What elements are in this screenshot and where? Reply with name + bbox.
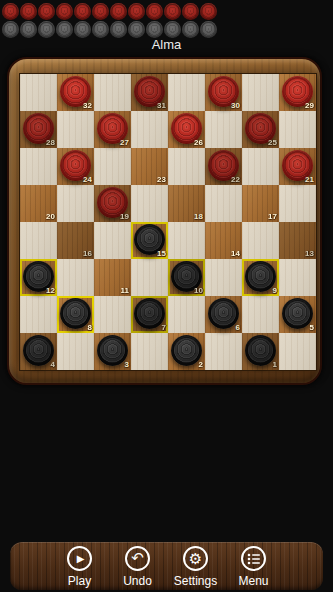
light-square [242, 148, 279, 185]
square-number: 4 [51, 360, 55, 369]
square-1[interactable]: 1 [242, 333, 279, 370]
light-square [205, 259, 242, 296]
light-square [20, 148, 57, 185]
square-30[interactable]: 30 [205, 74, 242, 111]
tray-red-disc [74, 3, 91, 20]
checkers-board: 3231302928272625242322212019181716151413… [7, 57, 322, 385]
square-number: 27 [120, 138, 129, 147]
square-number: 11 [121, 286, 129, 295]
light-square [20, 296, 57, 333]
square-14[interactable]: 14 [205, 222, 242, 259]
tray-red-disc [110, 3, 127, 20]
tray-red-disc [200, 3, 217, 20]
square-27[interactable]: 27 [94, 111, 131, 148]
square-17[interactable]: 17 [242, 185, 279, 222]
light-square [94, 296, 131, 333]
black-piece[interactable] [282, 298, 313, 329]
square-number: 1 [273, 360, 277, 369]
light-square [242, 222, 279, 259]
tray-red-disc [38, 3, 55, 20]
square-number: 31 [157, 101, 166, 110]
square-10[interactable]: 10 [168, 259, 205, 296]
square-2[interactable]: 2 [168, 333, 205, 370]
bottom-toolbar: ▶ Play ↶ Undo ⚙ Settings Menu [10, 542, 323, 590]
tray-black-disc [110, 21, 127, 38]
tray-black-disc [164, 21, 181, 38]
square-19[interactable]: 19 [94, 185, 131, 222]
square-number: 5 [310, 323, 314, 332]
opponent-name: Alma [0, 37, 333, 52]
tray-black-disc [128, 21, 145, 38]
tray-red-disc [128, 3, 145, 20]
tray-red-disc [56, 3, 73, 20]
light-square [57, 185, 94, 222]
settings-button[interactable]: ⚙ Settings [167, 542, 225, 589]
square-26[interactable]: 26 [168, 111, 205, 148]
square-number: 10 [194, 286, 203, 295]
tray-red-disc [20, 3, 37, 20]
settings-icon: ⚙ [183, 546, 208, 571]
tray-black-disc [182, 21, 199, 38]
board-grid: 3231302928272625242322212019181716151413… [20, 74, 316, 370]
play-icon: ▶ [67, 546, 92, 571]
square-number: 30 [231, 101, 240, 110]
square-number: 14 [231, 249, 240, 258]
tray-red-disc [146, 3, 163, 20]
light-square [57, 259, 94, 296]
tray-row-red [2, 3, 217, 20]
black-piece[interactable] [208, 298, 239, 329]
play-button[interactable]: ▶ Play [51, 542, 109, 589]
square-28[interactable]: 28 [20, 111, 57, 148]
black-piece[interactable] [60, 298, 91, 329]
light-square [205, 185, 242, 222]
square-4[interactable]: 4 [20, 333, 57, 370]
light-square [279, 185, 316, 222]
menu-button-label: Menu [238, 574, 268, 588]
light-square [168, 222, 205, 259]
square-25[interactable]: 25 [242, 111, 279, 148]
checkers-app-screen: Alma 32313029282726252423222120191817161… [0, 0, 333, 592]
square-16[interactable]: 16 [57, 222, 94, 259]
square-number: 2 [199, 360, 203, 369]
undo-button[interactable]: ↶ Undo [109, 542, 167, 589]
square-number: 7 [162, 323, 166, 332]
square-number: 26 [194, 138, 203, 147]
light-square [57, 333, 94, 370]
square-15[interactable]: 15 [131, 222, 168, 259]
square-20[interactable]: 20 [20, 185, 57, 222]
light-square [20, 222, 57, 259]
light-square [279, 111, 316, 148]
square-number: 23 [157, 175, 166, 184]
light-square [242, 296, 279, 333]
light-square [131, 111, 168, 148]
square-3[interactable]: 3 [94, 333, 131, 370]
square-22[interactable]: 22 [205, 148, 242, 185]
light-square [168, 296, 205, 333]
light-square [131, 185, 168, 222]
black-piece[interactable] [245, 335, 276, 366]
light-square [94, 74, 131, 111]
square-31[interactable]: 31 [131, 74, 168, 111]
tray-red-disc [164, 3, 181, 20]
square-24[interactable]: 24 [57, 148, 94, 185]
light-square [94, 148, 131, 185]
tray-black-disc [20, 21, 37, 38]
square-29[interactable]: 29 [279, 74, 316, 111]
square-5[interactable]: 5 [279, 296, 316, 333]
black-piece[interactable] [23, 335, 54, 366]
square-number: 21 [305, 175, 314, 184]
square-number: 13 [305, 249, 314, 258]
tray-black-disc [92, 21, 109, 38]
black-piece[interactable] [245, 261, 276, 292]
square-9[interactable]: 9 [242, 259, 279, 296]
square-12[interactable]: 12 [20, 259, 57, 296]
black-piece[interactable] [134, 298, 165, 329]
play-button-label: Play [68, 574, 91, 588]
tray-black-disc [38, 21, 55, 38]
tray-black-disc [2, 21, 19, 38]
square-number: 3 [125, 360, 129, 369]
tray-black-disc [56, 21, 73, 38]
square-number: 17 [268, 212, 277, 221]
square-number: 16 [83, 249, 92, 258]
tray-red-disc [182, 3, 199, 20]
tray-black-disc [200, 21, 217, 38]
tray-red-disc [92, 3, 109, 20]
light-square [279, 333, 316, 370]
square-number: 20 [46, 212, 55, 221]
square-18[interactable]: 18 [168, 185, 205, 222]
undo-button-label: Undo [123, 574, 152, 588]
square-21[interactable]: 21 [279, 148, 316, 185]
tray-black-disc [146, 21, 163, 38]
light-square [57, 111, 94, 148]
light-square [20, 74, 57, 111]
light-square [242, 74, 279, 111]
square-number: 15 [157, 249, 166, 258]
square-number: 29 [305, 101, 314, 110]
square-number: 22 [231, 175, 240, 184]
light-square [168, 74, 205, 111]
square-6[interactable]: 6 [205, 296, 242, 333]
undo-icon: ↶ [125, 546, 150, 571]
square-8[interactable]: 8 [57, 296, 94, 333]
square-number: 19 [120, 212, 129, 221]
captured-pieces-tray [2, 3, 217, 38]
square-13[interactable]: 13 [279, 222, 316, 259]
square-number: 6 [236, 323, 240, 332]
square-number: 12 [46, 286, 55, 295]
square-number: 32 [83, 101, 92, 110]
light-square [131, 333, 168, 370]
square-number: 28 [46, 138, 55, 147]
square-number: 24 [83, 175, 92, 184]
menu-button[interactable]: Menu [225, 542, 283, 589]
square-number: 18 [194, 212, 203, 221]
square-23[interactable]: 23 [131, 148, 168, 185]
tray-black-disc [74, 21, 91, 38]
tray-row-black [2, 21, 217, 38]
menu-icon [241, 546, 266, 571]
square-number: 25 [268, 138, 277, 147]
square-7[interactable]: 7 [131, 296, 168, 333]
black-piece[interactable] [171, 335, 202, 366]
square-11[interactable]: 11 [94, 259, 131, 296]
square-32[interactable]: 32 [57, 74, 94, 111]
light-square [94, 222, 131, 259]
tray-red-disc [2, 3, 19, 20]
black-piece[interactable] [97, 335, 128, 366]
square-number: 8 [88, 323, 92, 332]
light-square [168, 148, 205, 185]
light-square [205, 111, 242, 148]
light-square [279, 259, 316, 296]
light-square [205, 333, 242, 370]
settings-button-label: Settings [174, 574, 217, 588]
light-square [131, 259, 168, 296]
square-number: 9 [273, 286, 277, 295]
